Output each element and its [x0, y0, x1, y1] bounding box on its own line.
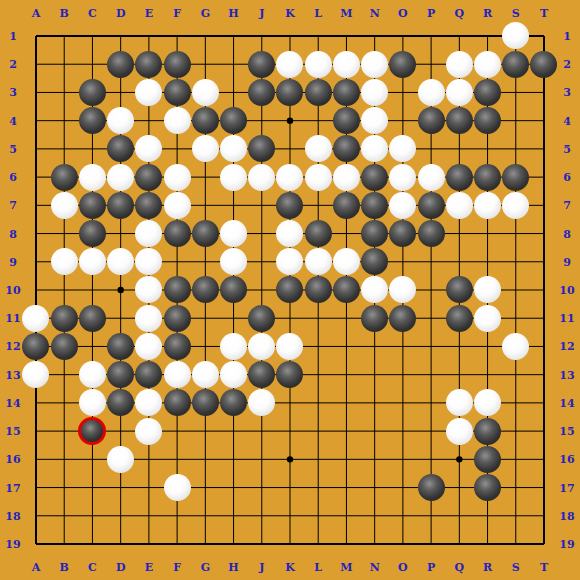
- stone-white-K9[interactable]: [276, 248, 303, 275]
- stone-white-L9[interactable]: [305, 248, 332, 275]
- stone-white-R11[interactable]: [474, 305, 501, 332]
- row-label-right-5: 5: [563, 143, 571, 154]
- stone-white-B9[interactable]: [51, 248, 78, 275]
- stone-white-N3[interactable]: [361, 79, 388, 106]
- stone-white-N2[interactable]: [361, 51, 388, 78]
- col-label-bottom-S: S: [512, 562, 520, 573]
- stone-black-B11[interactable]: [51, 305, 78, 332]
- stone-white-H5[interactable]: [220, 135, 247, 162]
- stone-black-G10[interactable]: [192, 276, 219, 303]
- stone-black-J5[interactable]: [248, 135, 275, 162]
- stone-white-C14[interactable]: [79, 389, 106, 416]
- row-label-left-12: 12: [5, 341, 20, 352]
- col-label-top-G: G: [201, 8, 210, 19]
- row-label-left-15: 15: [5, 426, 20, 437]
- stone-black-O11[interactable]: [389, 305, 416, 332]
- col-label-bottom-T: T: [540, 562, 548, 573]
- stone-black-E2[interactable]: [135, 51, 162, 78]
- stone-black-F10[interactable]: [164, 276, 191, 303]
- stone-black-M5[interactable]: [333, 135, 360, 162]
- stone-white-H9[interactable]: [220, 248, 247, 275]
- stone-black-P17[interactable]: [418, 474, 445, 501]
- col-label-top-O: O: [398, 8, 408, 19]
- stone-black-R17[interactable]: [474, 474, 501, 501]
- stone-black-F14[interactable]: [164, 389, 191, 416]
- stone-white-R7[interactable]: [474, 192, 501, 219]
- stone-white-B7[interactable]: [51, 192, 78, 219]
- stone-white-K8[interactable]: [276, 220, 303, 247]
- stone-white-J6[interactable]: [248, 164, 275, 191]
- stone-white-K12[interactable]: [276, 333, 303, 360]
- stone-black-G4[interactable]: [192, 107, 219, 134]
- stone-white-R2[interactable]: [474, 51, 501, 78]
- stone-black-J13[interactable]: [248, 361, 275, 388]
- col-label-top-B: B: [60, 8, 69, 19]
- stone-white-M6[interactable]: [333, 164, 360, 191]
- col-label-top-T: T: [540, 8, 548, 19]
- stone-black-C4[interactable]: [79, 107, 106, 134]
- col-label-bottom-N: N: [370, 562, 380, 573]
- stone-white-R10[interactable]: [474, 276, 501, 303]
- stone-black-J3[interactable]: [248, 79, 275, 106]
- row-label-right-8: 8: [563, 228, 571, 239]
- stone-black-P4[interactable]: [418, 107, 445, 134]
- stone-black-A12[interactable]: [22, 333, 49, 360]
- col-label-top-D: D: [116, 8, 126, 19]
- stone-black-O8[interactable]: [389, 220, 416, 247]
- col-label-bottom-M: M: [340, 562, 352, 573]
- col-label-bottom-C: C: [88, 562, 97, 573]
- stone-white-H6[interactable]: [220, 164, 247, 191]
- stone-white-S1[interactable]: [502, 22, 529, 49]
- row-label-right-17: 17: [559, 482, 574, 493]
- row-label-right-12: 12: [559, 341, 574, 352]
- stone-white-G5[interactable]: [192, 135, 219, 162]
- col-label-top-E: E: [145, 8, 153, 19]
- stone-white-O6[interactable]: [389, 164, 416, 191]
- col-label-bottom-Q: Q: [455, 562, 465, 573]
- stone-white-H8[interactable]: [220, 220, 247, 247]
- row-label-right-13: 13: [559, 369, 574, 380]
- stone-white-M9[interactable]: [333, 248, 360, 275]
- stone-white-E3[interactable]: [135, 79, 162, 106]
- stone-black-R6[interactable]: [474, 164, 501, 191]
- row-label-left-7: 7: [9, 200, 17, 211]
- row-label-right-9: 9: [563, 256, 571, 267]
- col-label-top-N: N: [370, 8, 380, 19]
- stone-black-K10[interactable]: [276, 276, 303, 303]
- stone-black-K7[interactable]: [276, 192, 303, 219]
- stone-white-R14[interactable]: [474, 389, 501, 416]
- stone-white-N10[interactable]: [361, 276, 388, 303]
- stone-white-E9[interactable]: [135, 248, 162, 275]
- stone-white-O10[interactable]: [389, 276, 416, 303]
- stone-white-C13[interactable]: [79, 361, 106, 388]
- stone-white-Q14[interactable]: [446, 389, 473, 416]
- stone-black-J2[interactable]: [248, 51, 275, 78]
- stone-black-Q4[interactable]: [446, 107, 473, 134]
- stone-white-H13[interactable]: [220, 361, 247, 388]
- stone-black-O2[interactable]: [389, 51, 416, 78]
- stone-white-F17[interactable]: [164, 474, 191, 501]
- col-label-bottom-F: F: [173, 562, 181, 573]
- stone-white-L5[interactable]: [305, 135, 332, 162]
- stone-black-F11[interactable]: [164, 305, 191, 332]
- stone-black-E13[interactable]: [135, 361, 162, 388]
- col-label-bottom-H: H: [228, 562, 238, 573]
- stone-black-T2[interactable]: [530, 51, 557, 78]
- stone-white-C9[interactable]: [79, 248, 106, 275]
- stone-black-E6[interactable]: [135, 164, 162, 191]
- stone-black-Q11[interactable]: [446, 305, 473, 332]
- row-label-left-4: 4: [9, 115, 17, 126]
- stone-white-P6[interactable]: [418, 164, 445, 191]
- row-label-right-11: 11: [559, 313, 574, 324]
- row-label-right-15: 15: [559, 426, 574, 437]
- stone-black-R15[interactable]: [474, 418, 501, 445]
- stone-white-D6[interactable]: [107, 164, 134, 191]
- stone-white-D16[interactable]: [107, 446, 134, 473]
- col-label-top-H: H: [228, 8, 238, 19]
- stone-black-R3[interactable]: [474, 79, 501, 106]
- stone-white-F7[interactable]: [164, 192, 191, 219]
- stone-white-L6[interactable]: [305, 164, 332, 191]
- row-label-left-5: 5: [9, 143, 17, 154]
- col-label-bottom-P: P: [427, 562, 435, 573]
- stone-white-Q7[interactable]: [446, 192, 473, 219]
- stone-black-S6[interactable]: [502, 164, 529, 191]
- stone-white-F6[interactable]: [164, 164, 191, 191]
- stone-white-K6[interactable]: [276, 164, 303, 191]
- stone-white-E5[interactable]: [135, 135, 162, 162]
- stone-black-K13[interactable]: [276, 361, 303, 388]
- stone-white-E15[interactable]: [135, 418, 162, 445]
- row-label-left-14: 14: [5, 397, 20, 408]
- stone-white-E10[interactable]: [135, 276, 162, 303]
- stone-black-K3[interactable]: [276, 79, 303, 106]
- col-label-top-Q: Q: [455, 8, 465, 19]
- stone-white-M2[interactable]: [333, 51, 360, 78]
- stone-black-C7[interactable]: [79, 192, 106, 219]
- col-label-top-P: P: [427, 8, 435, 19]
- stone-white-Q15[interactable]: [446, 418, 473, 445]
- row-label-right-1: 1: [563, 31, 571, 42]
- stone-white-E12[interactable]: [135, 333, 162, 360]
- stone-black-N7[interactable]: [361, 192, 388, 219]
- stone-white-O5[interactable]: [389, 135, 416, 162]
- stone-white-J12[interactable]: [248, 333, 275, 360]
- stone-white-D9[interactable]: [107, 248, 134, 275]
- row-label-right-3: 3: [563, 87, 571, 98]
- col-label-top-L: L: [314, 8, 322, 19]
- stone-black-P8[interactable]: [418, 220, 445, 247]
- stone-white-E14[interactable]: [135, 389, 162, 416]
- row-label-left-1: 1: [9, 31, 17, 42]
- stone-black-N11[interactable]: [361, 305, 388, 332]
- stone-white-G13[interactable]: [192, 361, 219, 388]
- row-label-left-11: 11: [5, 313, 20, 324]
- stone-white-O7[interactable]: [389, 192, 416, 219]
- row-label-left-3: 3: [9, 87, 17, 98]
- row-label-right-18: 18: [559, 510, 574, 521]
- stone-white-E11[interactable]: [135, 305, 162, 332]
- row-label-right-10: 10: [559, 285, 574, 296]
- col-label-bottom-A: A: [32, 562, 41, 573]
- row-label-left-16: 16: [5, 454, 20, 465]
- go-board[interactable]: AABBCCDDEEFFGGHHJJKKLLMMNNOOPPQQRRSSTT11…: [0, 0, 580, 580]
- stone-black-R16[interactable]: [474, 446, 501, 473]
- stone-black-P7[interactable]: [418, 192, 445, 219]
- stone-white-J14[interactable]: [248, 389, 275, 416]
- stone-black-H14[interactable]: [220, 389, 247, 416]
- col-label-top-R: R: [483, 8, 492, 19]
- stone-black-H10[interactable]: [220, 276, 247, 303]
- col-label-bottom-L: L: [314, 562, 322, 573]
- stone-black-F2[interactable]: [164, 51, 191, 78]
- row-label-right-6: 6: [563, 172, 571, 183]
- stone-black-L8[interactable]: [305, 220, 332, 247]
- col-label-bottom-E: E: [145, 562, 153, 573]
- row-label-left-2: 2: [9, 59, 17, 70]
- stone-black-M4[interactable]: [333, 107, 360, 134]
- stone-black-C8[interactable]: [79, 220, 106, 247]
- stone-white-L2[interactable]: [305, 51, 332, 78]
- stone-black-D13[interactable]: [107, 361, 134, 388]
- stone-white-D4[interactable]: [107, 107, 134, 134]
- stone-white-Q2[interactable]: [446, 51, 473, 78]
- stone-black-F8[interactable]: [164, 220, 191, 247]
- stone-black-N9[interactable]: [361, 248, 388, 275]
- col-label-bottom-B: B: [60, 562, 69, 573]
- stone-white-N4[interactable]: [361, 107, 388, 134]
- row-label-left-8: 8: [9, 228, 17, 239]
- row-label-left-9: 9: [9, 256, 17, 267]
- row-label-left-19: 19: [5, 539, 20, 550]
- stone-black-Q6[interactable]: [446, 164, 473, 191]
- stone-black-D5[interactable]: [107, 135, 134, 162]
- stone-black-D12[interactable]: [107, 333, 134, 360]
- col-label-bottom-D: D: [116, 562, 126, 573]
- col-label-top-K: K: [285, 8, 295, 19]
- stone-white-C6[interactable]: [79, 164, 106, 191]
- stone-black-C11[interactable]: [79, 305, 106, 332]
- row-label-right-16: 16: [559, 454, 574, 465]
- row-label-left-17: 17: [5, 482, 20, 493]
- stone-white-P3[interactable]: [418, 79, 445, 106]
- col-label-bottom-J: J: [259, 562, 264, 573]
- stone-black-F12[interactable]: [164, 333, 191, 360]
- stone-white-S7[interactable]: [502, 192, 529, 219]
- stone-black-C15-last-move-marker[interactable]: [78, 417, 106, 445]
- stone-black-D2[interactable]: [107, 51, 134, 78]
- stone-black-M3[interactable]: [333, 79, 360, 106]
- stone-black-E7[interactable]: [135, 192, 162, 219]
- stone-black-R4[interactable]: [474, 107, 501, 134]
- stone-black-H4[interactable]: [220, 107, 247, 134]
- stone-black-G8[interactable]: [192, 220, 219, 247]
- stone-white-F4[interactable]: [164, 107, 191, 134]
- stone-white-F13[interactable]: [164, 361, 191, 388]
- stone-black-B6[interactable]: [51, 164, 78, 191]
- stones-layer: [22, 22, 558, 558]
- stone-white-A11[interactable]: [22, 305, 49, 332]
- stone-white-N5[interactable]: [361, 135, 388, 162]
- stone-black-Q10[interactable]: [446, 276, 473, 303]
- row-label-left-6: 6: [9, 172, 17, 183]
- row-label-left-13: 13: [5, 369, 20, 380]
- col-label-bottom-O: O: [398, 562, 408, 573]
- stone-black-J11[interactable]: [248, 305, 275, 332]
- col-label-bottom-R: R: [483, 562, 492, 573]
- stone-black-G14[interactable]: [192, 389, 219, 416]
- row-label-right-19: 19: [559, 539, 574, 550]
- col-label-top-F: F: [173, 8, 181, 19]
- stone-white-G3[interactable]: [192, 79, 219, 106]
- col-label-top-C: C: [88, 8, 97, 19]
- col-label-top-M: M: [340, 8, 352, 19]
- stone-black-M7[interactable]: [333, 192, 360, 219]
- stone-white-H12[interactable]: [220, 333, 247, 360]
- stone-black-F3[interactable]: [164, 79, 191, 106]
- stone-black-S2[interactable]: [502, 51, 529, 78]
- col-label-top-J: J: [259, 8, 264, 19]
- stone-black-L3[interactable]: [305, 79, 332, 106]
- stone-black-L10[interactable]: [305, 276, 332, 303]
- row-label-right-7: 7: [563, 200, 571, 211]
- stone-black-D14[interactable]: [107, 389, 134, 416]
- stone-white-K2[interactable]: [276, 51, 303, 78]
- stone-white-S12[interactable]: [502, 333, 529, 360]
- stone-white-Q3[interactable]: [446, 79, 473, 106]
- stone-white-E8[interactable]: [135, 220, 162, 247]
- stone-black-N8[interactable]: [361, 220, 388, 247]
- stone-white-A13[interactable]: [22, 361, 49, 388]
- stone-black-D7[interactable]: [107, 192, 134, 219]
- row-label-left-10: 10: [5, 285, 20, 296]
- col-label-top-S: S: [512, 8, 520, 19]
- row-label-right-14: 14: [559, 397, 574, 408]
- row-label-right-4: 4: [563, 115, 571, 126]
- stone-black-B12[interactable]: [51, 333, 78, 360]
- col-label-bottom-G: G: [201, 562, 210, 573]
- col-label-top-A: A: [32, 8, 41, 19]
- row-label-left-18: 18: [5, 510, 20, 521]
- col-label-bottom-K: K: [285, 562, 295, 573]
- stone-black-N6[interactable]: [361, 164, 388, 191]
- stone-black-M10[interactable]: [333, 276, 360, 303]
- row-label-right-2: 2: [563, 59, 571, 70]
- stone-black-C3[interactable]: [79, 79, 106, 106]
